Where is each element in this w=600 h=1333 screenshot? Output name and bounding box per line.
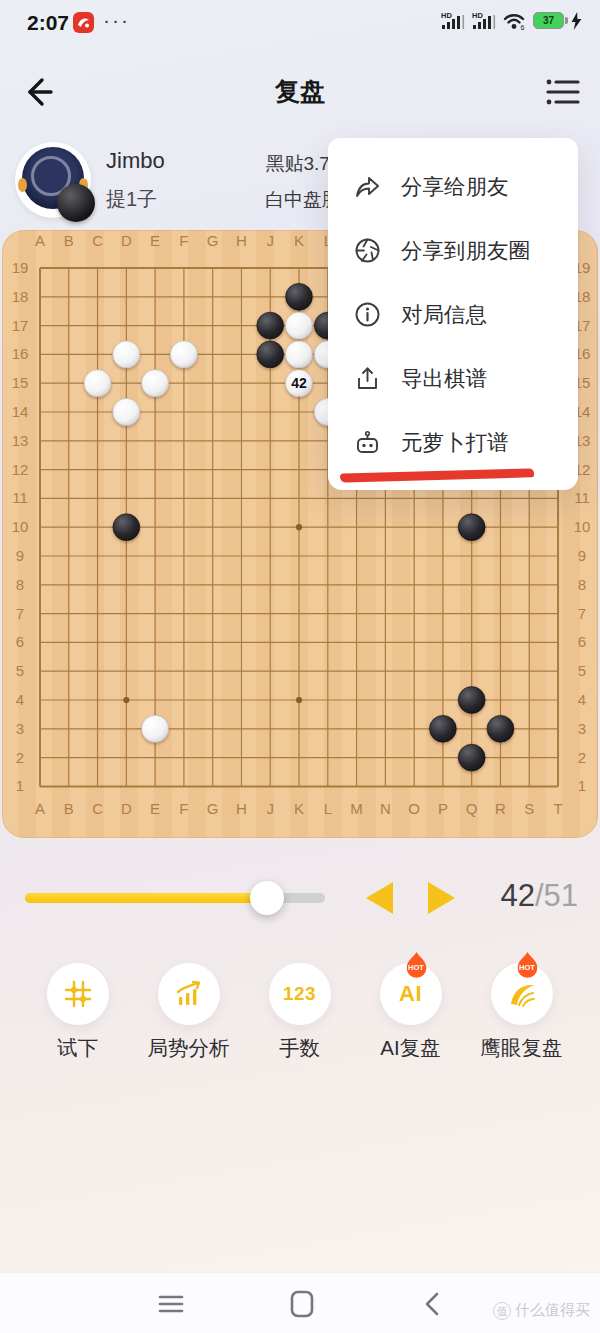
- star-point: [296, 697, 302, 703]
- board-coordinate-label: E: [150, 800, 160, 817]
- nav-back-button[interactable]: [418, 1289, 448, 1319]
- action-label: AI复盘: [355, 1034, 466, 1062]
- board-coordinate-label: D: [121, 232, 132, 249]
- stone-black-J16: [257, 341, 284, 368]
- board-coordinate-label: 4: [578, 691, 586, 708]
- stone-black-Q2: [458, 744, 485, 771]
- wifi-gen-label: 6: [521, 24, 525, 31]
- menu-item-label: 分享给朋友: [401, 172, 509, 201]
- action-circle: 123: [269, 963, 331, 1025]
- menu-item-label: 元萝卜打谱: [401, 428, 509, 457]
- board-coordinate-label: 19: [12, 259, 29, 276]
- player-name: Jimbo: [106, 148, 165, 174]
- total-moves: 51: [544, 878, 578, 913]
- board-coordinate-label: C: [92, 800, 103, 817]
- board-coordinate-label: D: [121, 800, 132, 817]
- svg-text:HD: HD: [472, 11, 483, 20]
- action-circle: [47, 963, 109, 1025]
- header: 复盘: [0, 58, 600, 128]
- menu-item-share-friend[interactable]: 分享给朋友: [328, 158, 578, 214]
- board-coordinate-label: 5: [578, 662, 586, 679]
- android-nav-bar: 值 什么值得买: [0, 1272, 600, 1333]
- board-coordinate-label: B: [64, 232, 74, 249]
- board-coordinate-label: 6: [578, 633, 586, 650]
- board-coordinate-label: O: [408, 800, 420, 817]
- header-menu-button[interactable]: [546, 78, 580, 106]
- stone-black-P3: [430, 715, 457, 742]
- wifi-icon: 6: [503, 11, 526, 30]
- player-captures: 提1子: [106, 186, 157, 213]
- board-coordinate-label: G: [207, 232, 219, 249]
- menu-item-label: 分享到朋友圈: [401, 236, 530, 265]
- stone-white-D16: [113, 341, 140, 368]
- board-coordinate-label: 4: [16, 691, 24, 708]
- board-coordinate-label: L: [324, 800, 332, 817]
- action-circle: [158, 963, 220, 1025]
- notification-app-icon: [73, 12, 94, 33]
- board-coordinate-label: 6: [16, 633, 24, 650]
- menu-item-export-kifu[interactable]: 导出棋谱: [328, 350, 578, 406]
- board-coordinate-label: 8: [16, 576, 24, 593]
- board-coordinate-label: 10: [12, 518, 29, 535]
- board-coordinate-label: 13: [12, 432, 29, 449]
- status-bar: 2:07 ··· HD HD: [0, 0, 600, 44]
- board-coordinate-label: H: [236, 800, 247, 817]
- signal-icon: HD: [441, 11, 465, 30]
- board-coordinate-label: M: [350, 800, 363, 817]
- trend-chart-icon: [172, 978, 206, 1010]
- next-move-button[interactable]: [428, 882, 455, 914]
- app-screen: 2:07 ··· HD HD: [0, 0, 600, 1333]
- status-icons: HD HD 6 37: [441, 11, 582, 30]
- board-coordinate-label: 2: [16, 749, 24, 766]
- numbers-123-icon: 123: [283, 983, 316, 1005]
- board-coordinate-label: F: [179, 232, 188, 249]
- battery-icon: 37: [533, 12, 564, 29]
- stone-black-D10: [113, 514, 140, 541]
- action-eagle-eye-review[interactable]: HOT 鹰眼复盘: [466, 963, 577, 1062]
- board-coordinate-label: J: [266, 800, 274, 817]
- action-label: 试下: [22, 1034, 133, 1062]
- eagle-eye-icon: [505, 978, 539, 1010]
- action-circle: HOT: [491, 963, 553, 1025]
- board-coordinate-label: 15: [12, 374, 29, 391]
- try-move-board-icon: [62, 978, 94, 1010]
- moments-icon: [354, 237, 381, 264]
- board-coordinate-label: 3: [16, 720, 24, 737]
- board-coordinate-label: 5: [16, 662, 24, 679]
- last-move-number: 42: [291, 375, 307, 391]
- previous-move-button[interactable]: [366, 882, 393, 914]
- charging-bolt-icon: [571, 12, 582, 30]
- signal-icon-2: HD: [472, 11, 496, 30]
- star-point: [296, 524, 302, 530]
- board-coordinate-label: G: [207, 800, 219, 817]
- board-coordinate-label: C: [92, 232, 103, 249]
- board-coordinate-label: 3: [578, 720, 586, 737]
- stone-white-K17: [286, 312, 313, 339]
- home-button[interactable]: [287, 1289, 317, 1319]
- stone-black-Q4: [458, 687, 485, 714]
- stone-black-J17: [257, 312, 284, 339]
- share-menu: 分享给朋友 分享到朋友圈 对局信息 导出棋谱: [328, 138, 578, 490]
- export-icon: [354, 365, 381, 392]
- stone-white-D14: [113, 399, 140, 426]
- avatar-wing-left: [18, 178, 27, 192]
- watermark: 值 什么值得买: [493, 1301, 590, 1320]
- hot-badge-text: HOT: [512, 963, 543, 972]
- board-coordinate-label: K: [294, 232, 304, 249]
- board-coordinate-label: 1: [578, 777, 586, 794]
- board-coordinate-label: J: [266, 232, 274, 249]
- clock: 2:07: [27, 11, 69, 35]
- board-coordinate-label: E: [150, 232, 160, 249]
- board-coordinate-label: T: [553, 800, 562, 817]
- board-coordinate-label: F: [179, 800, 188, 817]
- menu-item-game-info[interactable]: 对局信息: [328, 286, 578, 342]
- menu-item-share-moments[interactable]: 分享到朋友圈: [328, 222, 578, 278]
- board-coordinate-label: 9: [16, 547, 24, 564]
- board-coordinate-label: 2: [578, 749, 586, 766]
- action-try-move[interactable]: 试下: [22, 963, 133, 1062]
- board-coordinate-label: S: [524, 800, 534, 817]
- stone-black-K18: [286, 283, 313, 310]
- playback-controls: 42/51: [0, 868, 600, 938]
- action-bar: 试下 局势分析 123 手数 AI: [22, 963, 578, 1062]
- menu-item-senserobot[interactable]: 元萝卜打谱: [328, 414, 578, 470]
- share-forward-icon: [354, 173, 381, 200]
- board-coordinate-label: K: [294, 800, 304, 817]
- board-coordinate-label: 14: [12, 403, 29, 420]
- page-title: 复盘: [0, 75, 600, 108]
- info-icon: [354, 301, 381, 328]
- board-coordinate-label: 17: [12, 317, 29, 334]
- board-coordinate-label: R: [495, 800, 506, 817]
- action-label: 鹰眼复盘: [466, 1034, 577, 1062]
- action-circle: AI HOT: [380, 963, 442, 1025]
- menu-item-label: 导出棋谱: [401, 364, 487, 393]
- board-coordinate-label: Q: [466, 800, 478, 817]
- current-move: 42: [500, 878, 534, 913]
- svg-text:HD: HD: [441, 11, 452, 20]
- watermark-logo: 值: [493, 1302, 511, 1320]
- board-coordinate-label: 11: [12, 489, 28, 506]
- action-label: 手数: [244, 1034, 355, 1062]
- board-coordinate-label: 8: [578, 576, 586, 593]
- board-coordinate-label: 10: [574, 518, 591, 535]
- counter-separator: /: [535, 878, 544, 913]
- board-coordinate-label: A: [35, 800, 45, 817]
- action-move-numbers[interactable]: 123 手数: [244, 963, 355, 1062]
- action-analysis[interactable]: 局势分析: [133, 963, 244, 1062]
- board-coordinate-label: 12: [12, 461, 29, 478]
- battery-percent: 37: [543, 15, 554, 26]
- board-coordinate-label: N: [380, 800, 391, 817]
- stone-black-R3: [487, 715, 514, 742]
- board-coordinate-label: 9: [578, 547, 586, 564]
- ai-icon: AI: [399, 981, 422, 1007]
- board-coordinate-label: 18: [12, 288, 29, 305]
- board-coordinate-label: B: [64, 800, 74, 817]
- menu-item-label: 对局信息: [401, 300, 487, 329]
- stone-white-E15: [142, 370, 169, 397]
- board-coordinate-label: 11: [574, 489, 590, 506]
- stone-white-E3: [142, 715, 169, 742]
- red-highlight-underline: [340, 468, 534, 482]
- player-avatar[interactable]: [15, 142, 91, 218]
- board-coordinate-label: A: [35, 232, 45, 249]
- action-ai-review[interactable]: AI HOT AI复盘: [355, 963, 466, 1062]
- slider-thumb[interactable]: [250, 881, 284, 915]
- board-coordinate-label: 7: [578, 605, 586, 622]
- stone-black-Q10: [458, 514, 485, 541]
- stone-white-F16: [171, 341, 198, 368]
- black-stone-badge: [57, 184, 95, 222]
- board-coordinate-label: H: [236, 232, 247, 249]
- hot-badge-text: HOT: [401, 963, 432, 972]
- watermark-text: 什么值得买: [515, 1301, 590, 1320]
- board-coordinate-label: 16: [12, 345, 29, 362]
- board-coordinate-label: P: [438, 800, 448, 817]
- star-point: [123, 697, 129, 703]
- stone-white-C15: [84, 370, 111, 397]
- action-label: 局势分析: [133, 1034, 244, 1062]
- stone-white-K16: [286, 341, 313, 368]
- hot-badge: HOT: [512, 952, 543, 979]
- more-notifications-indicator: ···: [103, 8, 130, 32]
- hot-badge: HOT: [401, 952, 432, 979]
- slider-fill: [25, 893, 267, 903]
- move-counter: 42/51: [500, 878, 578, 914]
- board-coordinate-label: 1: [16, 777, 24, 794]
- robot-icon: [354, 429, 381, 456]
- recents-button[interactable]: [156, 1289, 186, 1319]
- app-icon-glyph: [76, 15, 91, 30]
- board-coordinate-label: 7: [16, 605, 24, 622]
